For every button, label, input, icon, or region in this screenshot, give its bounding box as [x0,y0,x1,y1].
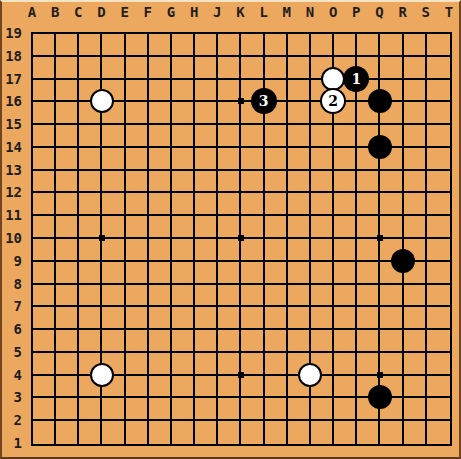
board-cell [357,34,380,57]
star-point-D10 [99,235,105,241]
board-cell [56,148,79,171]
board-cell [241,148,264,171]
board-cell [427,193,450,216]
board-cell [334,216,357,239]
board-cell [79,262,102,285]
board-cell [149,34,172,57]
board-cell [427,262,450,285]
board-cell [357,421,380,444]
board-cell [218,421,241,444]
board-cell [102,330,125,353]
board-cell [311,148,334,171]
white-stone-D16 [90,89,114,113]
board-cell [172,80,195,103]
board-cell [33,398,56,421]
board-cell [427,307,450,330]
board-cell [79,307,102,330]
board-cell [265,285,288,308]
board-cell [102,262,125,285]
board-cell [195,421,218,444]
move-number-label: 1 [351,72,361,86]
board-cell [404,353,427,376]
board-cell [56,330,79,353]
board-cell [311,193,334,216]
board-cell [149,262,172,285]
board-cell [380,171,403,194]
board-cell [288,330,311,353]
board-cell [102,193,125,216]
board-cell [265,376,288,399]
row-label-18: 18 [4,48,22,64]
board-cell [149,398,172,421]
column-label-F: F [144,4,152,20]
board-cell [311,216,334,239]
board-cell [56,285,79,308]
board-cell [149,307,172,330]
board-cell [265,398,288,421]
board-cell [56,353,79,376]
board-cell [404,330,427,353]
board-cell [404,171,427,194]
board-cell [79,148,102,171]
board-cell [172,125,195,148]
board-cell [79,285,102,308]
board-cell [265,353,288,376]
board-cell [33,102,56,125]
black-stone-Q16 [368,89,392,113]
board-cell [195,102,218,125]
board-cell [288,307,311,330]
board-cell [126,148,149,171]
board-cell [149,57,172,80]
board-cell [79,171,102,194]
board-cell [195,148,218,171]
board-cell [265,148,288,171]
board-cell [56,80,79,103]
board-cell [404,285,427,308]
row-label-1: 1 [4,435,22,451]
board-cell [126,239,149,262]
board-cell [102,421,125,444]
board-cell [56,125,79,148]
board-cell [311,34,334,57]
board-cell [241,330,264,353]
board-cell [172,57,195,80]
board-cell [311,330,334,353]
board-cell [311,421,334,444]
board-cell [241,262,264,285]
board-cell [56,307,79,330]
board-cell [404,376,427,399]
board-cell [126,398,149,421]
board-cell [172,376,195,399]
board-cell [33,262,56,285]
board-cell [334,285,357,308]
board-cell [288,421,311,444]
board-cell [357,193,380,216]
row-label-17: 17 [4,71,22,87]
board-cell [149,216,172,239]
board-cell [218,285,241,308]
board-cell [195,239,218,262]
board-cell [311,262,334,285]
board-cell [288,262,311,285]
board-cell [380,216,403,239]
board-cell [288,285,311,308]
board-cell [218,262,241,285]
board-cell [265,57,288,80]
board-cell [427,285,450,308]
row-label-4: 4 [4,367,22,383]
board-cell [218,102,241,125]
board-cell [79,57,102,80]
board-cell [126,330,149,353]
board-cell [126,102,149,125]
board-cell [265,193,288,216]
board-cell [218,34,241,57]
board-cell [126,34,149,57]
board-cell [241,193,264,216]
white-stone-D4 [90,363,114,387]
board-cell [380,330,403,353]
star-point-K16 [238,98,244,104]
board-cell [126,262,149,285]
board-cell [427,57,450,80]
board-cell [311,171,334,194]
board-cell [195,376,218,399]
column-label-Q: Q [375,4,383,20]
row-label-12: 12 [4,184,22,200]
board-cell [195,330,218,353]
board-cell [218,307,241,330]
board-cell [265,262,288,285]
board-cell [195,262,218,285]
board-cell [33,421,56,444]
board-cell [427,125,450,148]
board-cell [288,125,311,148]
board-cell [404,34,427,57]
board-cell [241,239,264,262]
board-cell [334,125,357,148]
board-cell [102,125,125,148]
board-cell [427,216,450,239]
board-cell [380,353,403,376]
board-cell [149,285,172,308]
board-cell [56,34,79,57]
board-cell [126,57,149,80]
board-cell [172,262,195,285]
board-cell [241,57,264,80]
board-cell [404,421,427,444]
board-cell [241,398,264,421]
row-label-5: 5 [4,344,22,360]
board-cell [149,239,172,262]
board-cell [33,330,56,353]
board-cell [404,307,427,330]
board-cell [427,148,450,171]
board-cell [126,216,149,239]
star-point-K4 [238,372,244,378]
board-cell [126,125,149,148]
board-cell [334,353,357,376]
board-cell [427,421,450,444]
star-point-Q10 [377,235,383,241]
board-cell [79,239,102,262]
board-cell [288,57,311,80]
board-cell [79,193,102,216]
board-cell [126,353,149,376]
board-cell [241,307,264,330]
board-cell [79,398,102,421]
column-label-H: H [190,4,198,20]
board-cell [195,34,218,57]
board-cell [33,125,56,148]
board-cell [380,307,403,330]
board-cell [195,80,218,103]
board-cell [172,307,195,330]
board-cell [288,239,311,262]
board-cell [334,262,357,285]
board-cell [149,102,172,125]
board-cell [427,34,450,57]
board-cell [357,239,380,262]
white-stone-N4 [298,363,322,387]
column-label-S: S [422,4,430,20]
column-label-T: T [445,4,453,20]
row-label-2: 2 [4,412,22,428]
board-cell [56,216,79,239]
board-cell [126,421,149,444]
board-cell [172,353,195,376]
board-cell [172,285,195,308]
board-cell [288,216,311,239]
board-cell [195,193,218,216]
board-cell [172,148,195,171]
board-cell [126,285,149,308]
board-cell [56,193,79,216]
row-label-16: 16 [4,93,22,109]
board-cell [311,239,334,262]
board-cell [334,376,357,399]
board-cell [33,148,56,171]
board-cell [241,125,264,148]
board-cell [126,193,149,216]
board-cell [427,398,450,421]
board-cell [172,34,195,57]
board-cell [241,285,264,308]
star-point-K10 [238,235,244,241]
board-cell [79,330,102,353]
column-label-B: B [51,4,59,20]
board-cell [126,376,149,399]
row-label-8: 8 [4,276,22,292]
board-cell [427,330,450,353]
board-cell [33,376,56,399]
board-cell [172,216,195,239]
board-cell [380,57,403,80]
row-label-15: 15 [4,116,22,132]
board-cell [33,285,56,308]
column-label-R: R [398,4,406,20]
board-cell [241,376,264,399]
board-cell [404,57,427,80]
board-cell [33,57,56,80]
board-cell [427,102,450,125]
board-cell [218,398,241,421]
board-cell [149,330,172,353]
board-cell [427,376,450,399]
column-label-D: D [97,4,105,20]
board-cell [195,285,218,308]
board-cell [357,262,380,285]
black-stone-Q3 [368,385,392,409]
board-cell [172,171,195,194]
board-cell [380,285,403,308]
board-cell [218,57,241,80]
board-cell [172,330,195,353]
board-cell [288,102,311,125]
board-cell [33,216,56,239]
board-cell [311,398,334,421]
column-label-G: G [167,4,175,20]
black-stone-Q14 [368,135,392,159]
row-label-7: 7 [4,298,22,314]
board-cell [334,193,357,216]
star-point-Q4 [377,372,383,378]
board-cell [288,193,311,216]
column-label-C: C [74,4,82,20]
board-cell [218,193,241,216]
board-cell [404,80,427,103]
board-cell [380,421,403,444]
row-label-11: 11 [4,207,22,223]
board-cell [241,216,264,239]
board-cell [102,307,125,330]
board-cell [427,353,450,376]
column-label-E: E [120,4,128,20]
board-cell [172,239,195,262]
board-cell [241,421,264,444]
board-cell [56,57,79,80]
row-label-3: 3 [4,389,22,405]
board-cell [404,125,427,148]
row-label-13: 13 [4,162,22,178]
board-cell [334,398,357,421]
board-cell [288,148,311,171]
board-cell [195,353,218,376]
board-cell [149,125,172,148]
board-cell [149,80,172,103]
board-cell [56,239,79,262]
board-cell [357,171,380,194]
white-stone-O16: 2 [320,88,346,114]
board-cell [102,34,125,57]
board-cell [357,330,380,353]
board-cell [195,125,218,148]
board-cell [288,398,311,421]
board-cell [311,285,334,308]
board-cell [33,193,56,216]
board-cell [172,102,195,125]
board-cell [427,80,450,103]
board-cell [288,171,311,194]
board-cell [357,285,380,308]
row-label-9: 9 [4,253,22,269]
column-label-L: L [259,4,267,20]
board-cell [265,216,288,239]
board-cell [33,34,56,57]
board-cell [241,171,264,194]
board-cell [195,57,218,80]
board-cell [56,171,79,194]
board-cell [79,421,102,444]
board-cell [265,34,288,57]
board-cell [311,125,334,148]
board-cell [33,307,56,330]
board-cell [334,148,357,171]
board-cell [126,171,149,194]
move-number-label: 2 [328,94,338,108]
go-board-diagram: ABCDEFGHJKLMNOPQRST 19181716151413121110… [0,0,461,459]
board-cell [56,376,79,399]
board-cell [56,102,79,125]
board-cell [218,148,241,171]
move-number-label: 3 [259,94,269,108]
board-cell [172,193,195,216]
board-cell [334,421,357,444]
board-cell [241,353,264,376]
column-label-M: M [283,4,291,20]
white-stone-O17 [321,67,345,91]
board-cell [265,171,288,194]
board-cell [79,125,102,148]
board-cell [404,216,427,239]
board-cell [265,125,288,148]
column-label-A: A [28,4,36,20]
board-cell [357,307,380,330]
board-cell [380,193,403,216]
board-cell [126,307,149,330]
board-cell [102,239,125,262]
board-cell [33,80,56,103]
black-stone-P17: 1 [343,66,369,92]
board-cell [218,376,241,399]
row-label-19: 19 [4,25,22,41]
board-cell [102,171,125,194]
board-cell [126,80,149,103]
board-cell [241,34,264,57]
board-cell [288,34,311,57]
board-cell [102,216,125,239]
black-stone-L16: 3 [251,88,277,114]
board-cell [149,171,172,194]
column-label-P: P [352,4,360,20]
board-cell [149,353,172,376]
board-cell [427,239,450,262]
column-label-J: J [213,4,221,20]
black-stone-R9 [391,249,415,273]
board-cell [218,239,241,262]
board-cell [149,193,172,216]
board-cell [218,171,241,194]
board-cell [427,171,450,194]
board-cell [56,262,79,285]
board-cell [102,398,125,421]
board-cell [149,148,172,171]
board-cell [404,398,427,421]
board-cell [149,421,172,444]
board-cell [334,239,357,262]
